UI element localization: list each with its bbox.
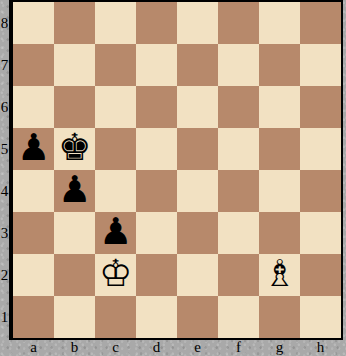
black-king-b5[interactable]: ♚ xyxy=(58,128,91,169)
square-f2[interactable] xyxy=(218,254,259,296)
file-label-b: b xyxy=(54,339,95,356)
rank-label-5: 5 xyxy=(0,128,9,170)
square-a4[interactable] xyxy=(13,170,54,212)
square-e8[interactable] xyxy=(177,2,218,44)
square-f8[interactable] xyxy=(218,2,259,44)
square-b8[interactable] xyxy=(54,2,95,44)
square-g5[interactable] xyxy=(259,128,300,170)
rank-label-8: 8 xyxy=(0,2,9,44)
square-d1[interactable] xyxy=(136,296,177,338)
square-d3[interactable] xyxy=(136,212,177,254)
square-e7[interactable] xyxy=(177,44,218,86)
square-f5[interactable] xyxy=(218,128,259,170)
square-h8[interactable] xyxy=(300,2,341,44)
file-label-f: f xyxy=(218,339,259,356)
square-c7[interactable] xyxy=(95,44,136,86)
file-label-e: e xyxy=(177,339,218,356)
square-g3[interactable] xyxy=(259,212,300,254)
square-b2[interactable] xyxy=(54,254,95,296)
square-a1[interactable] xyxy=(13,296,54,338)
square-a2[interactable] xyxy=(13,254,54,296)
square-e3[interactable] xyxy=(177,212,218,254)
square-c4[interactable] xyxy=(95,170,136,212)
black-pawn-c3[interactable]: ♟ xyxy=(99,212,132,253)
square-h2[interactable] xyxy=(300,254,341,296)
square-g2[interactable]: ♗ xyxy=(259,254,300,296)
rank-label-7: 7 xyxy=(0,44,9,86)
white-king-c2[interactable]: ♔ xyxy=(99,254,132,295)
square-c5[interactable] xyxy=(95,128,136,170)
square-c1[interactable] xyxy=(95,296,136,338)
square-b6[interactable] xyxy=(54,86,95,128)
square-d7[interactable] xyxy=(136,44,177,86)
board-border: ♟♚♟♟♔♗ xyxy=(9,0,343,340)
square-e4[interactable] xyxy=(177,170,218,212)
square-a3[interactable] xyxy=(13,212,54,254)
file-label-a: a xyxy=(13,339,54,356)
rank-label-2: 2 xyxy=(0,254,9,296)
square-f3[interactable] xyxy=(218,212,259,254)
square-h4[interactable] xyxy=(300,170,341,212)
file-label-g: g xyxy=(259,339,300,356)
square-a5[interactable]: ♟ xyxy=(13,128,54,170)
square-e6[interactable] xyxy=(177,86,218,128)
rank-label-4: 4 xyxy=(0,170,9,212)
square-e1[interactable] xyxy=(177,296,218,338)
square-g7[interactable] xyxy=(259,44,300,86)
file-label-h: h xyxy=(300,339,341,356)
square-f4[interactable] xyxy=(218,170,259,212)
square-h6[interactable] xyxy=(300,86,341,128)
chess-board: ♟♚♟♟♔♗ xyxy=(13,2,341,338)
rank-label-6: 6 xyxy=(0,86,9,128)
square-c2[interactable]: ♔ xyxy=(95,254,136,296)
white-bishop-g2[interactable]: ♗ xyxy=(263,254,296,295)
square-b7[interactable] xyxy=(54,44,95,86)
rank-label-1: 1 xyxy=(0,296,9,338)
rank-label-3: 3 xyxy=(0,212,9,254)
square-d8[interactable] xyxy=(136,2,177,44)
square-f7[interactable] xyxy=(218,44,259,86)
square-h1[interactable] xyxy=(300,296,341,338)
square-h5[interactable] xyxy=(300,128,341,170)
square-d5[interactable] xyxy=(136,128,177,170)
square-e5[interactable] xyxy=(177,128,218,170)
square-c3[interactable]: ♟ xyxy=(95,212,136,254)
square-a6[interactable] xyxy=(13,86,54,128)
square-f6[interactable] xyxy=(218,86,259,128)
square-g1[interactable] xyxy=(259,296,300,338)
square-e2[interactable] xyxy=(177,254,218,296)
square-c6[interactable] xyxy=(95,86,136,128)
square-d4[interactable] xyxy=(136,170,177,212)
square-b1[interactable] xyxy=(54,296,95,338)
black-pawn-b4[interactable]: ♟ xyxy=(58,170,91,211)
chess-diagram-frame: 87654321 ♟♚♟♟♔♗ abcdefgh xyxy=(0,0,346,356)
square-b4[interactable]: ♟ xyxy=(54,170,95,212)
square-d2[interactable] xyxy=(136,254,177,296)
square-b5[interactable]: ♚ xyxy=(54,128,95,170)
square-f1[interactable] xyxy=(218,296,259,338)
file-labels: abcdefgh xyxy=(13,339,341,356)
square-d6[interactable] xyxy=(136,86,177,128)
square-g8[interactable] xyxy=(259,2,300,44)
square-h7[interactable] xyxy=(300,44,341,86)
file-label-c: c xyxy=(95,339,136,356)
square-g6[interactable] xyxy=(259,86,300,128)
square-h3[interactable] xyxy=(300,212,341,254)
square-a8[interactable] xyxy=(13,2,54,44)
square-a7[interactable] xyxy=(13,44,54,86)
black-pawn-a5[interactable]: ♟ xyxy=(17,128,50,169)
square-b3[interactable] xyxy=(54,212,95,254)
file-label-d: d xyxy=(136,339,177,356)
square-c8[interactable] xyxy=(95,2,136,44)
square-g4[interactable] xyxy=(259,170,300,212)
